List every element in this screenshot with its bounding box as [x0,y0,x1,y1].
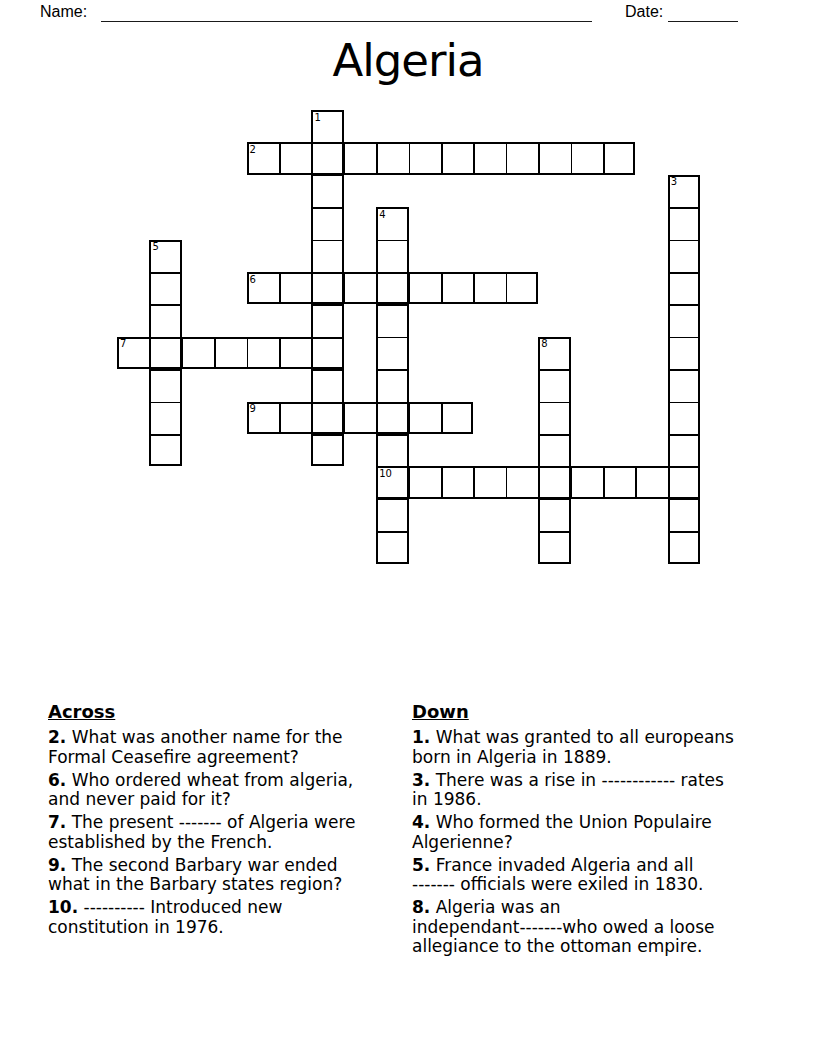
cell-separator [668,402,700,404]
clue-number: 5. [412,855,430,875]
cell-separator [149,434,181,436]
clue-text: The second Barbary war ended what in the… [48,855,342,895]
cell-separator [279,402,281,434]
cell-separator [279,337,281,369]
cell-separator [506,466,508,498]
cell-separator [473,466,475,498]
cell-separator [311,175,343,177]
cell-separator [344,142,346,174]
cell-separator [409,402,411,434]
cell-number-9: 9 [250,404,256,414]
clue-across-7: 7. The present ------- of Algeria were e… [48,813,410,852]
cell-number-8: 8 [541,339,547,349]
cell-separator [668,240,700,242]
clue-number: 8. [412,897,430,917]
cell-separator [149,369,181,371]
clue-across-6: 6. Who ordered wheat from algeria, and n… [48,771,410,810]
clue-down-4: 4. Who formed the Union Populaire Algeri… [412,813,774,852]
clue-text: The present ------- of Algeria were esta… [48,812,355,852]
cell-separator [279,142,281,174]
cell-separator [311,434,343,436]
cell-separator [538,369,570,371]
cell-separator [409,272,411,304]
cell-separator [409,142,411,174]
cell-separator [668,337,700,339]
cell-separator [311,304,343,306]
cell-number-5: 5 [152,242,158,252]
cell-separator [376,402,378,434]
name-label: Name: [40,3,87,21]
worksheet-page: Name: Date: Algeria 12345678910 Across 2… [0,0,816,1056]
word-4-down[interactable] [376,207,408,563]
cell-separator [538,466,540,498]
cell-separator [182,337,184,369]
cell-separator [441,466,443,498]
cell-number-10: 10 [379,469,392,479]
cell-separator [344,272,346,304]
cell-separator [538,531,570,533]
cell-separator [506,142,508,174]
cell-separator [247,337,249,369]
clue-across-9: 9. The second Barbary war ended what in … [48,856,410,895]
down-heading: Down [412,701,774,722]
date-blank-line[interactable] [668,4,738,22]
clue-text: France invaded Algeria and all ------- o… [412,855,703,895]
word-6-across[interactable] [247,272,539,304]
clue-text: What was granted to all europeans born i… [412,727,734,767]
cell-separator [376,499,408,501]
cell-separator [376,531,408,533]
cell-separator [149,304,181,306]
clue-number: 7. [48,812,66,832]
clue-down-8: 8. Algeria was an independant-------who … [412,898,774,957]
cell-number-2: 2 [250,145,256,155]
name-blank-line[interactable] [101,4,592,22]
clue-text: ---------- Introduced new constitution i… [48,897,282,937]
cell-separator [635,466,637,498]
clue-number: 2. [48,727,66,747]
cell-number-1: 1 [314,113,320,123]
cell-separator [149,337,151,369]
clue-number: 4. [412,812,430,832]
clue-number: 10. [48,897,78,917]
cell-separator [344,402,346,434]
clue-text: Who formed the Union Populaire Algerienn… [412,812,712,852]
cell-separator [311,369,343,371]
cell-separator [603,466,605,498]
cell-separator [668,434,700,436]
down-clues-section: Down 1. What was granted to all european… [412,701,774,960]
clue-down-5: 5. France invaded Algeria and all ------… [412,856,774,895]
clue-down-1: 1. What was granted to all europeans bor… [412,728,774,767]
cell-separator [149,402,181,404]
cell-separator [668,466,670,498]
cell-separator [376,240,408,242]
cell-separator [149,272,181,274]
cell-separator [538,402,570,404]
cell-separator [376,369,408,371]
cell-separator [668,369,700,371]
cell-separator [668,272,700,274]
cell-separator [668,304,700,306]
cell-separator [441,402,443,434]
cell-separator [571,466,573,498]
cell-separator [473,272,475,304]
cell-separator [668,207,700,209]
cell-separator [603,142,605,174]
cell-number-3: 3 [671,177,677,187]
cell-separator [538,499,570,501]
cell-separator [668,499,700,501]
cell-separator [311,207,343,209]
across-clues-section: Across 2. What was another name for the … [48,701,410,941]
cell-separator [538,142,540,174]
cell-separator [376,337,408,339]
cell-separator [214,337,216,369]
date-label: Date: [625,3,663,21]
cell-separator [376,272,378,304]
cell-separator [506,272,508,304]
clue-text: There was a rise in ------------ rates i… [412,770,724,810]
cell-number-4: 4 [379,210,385,220]
crossword-grid[interactable]: 12345678910 [117,110,701,564]
cell-separator [409,466,411,498]
cell-separator [311,402,313,434]
cell-separator [376,434,408,436]
cell-separator [376,142,378,174]
clue-number: 3. [412,770,430,790]
cell-separator [311,337,313,369]
cell-separator [376,304,408,306]
clue-number: 6. [48,770,66,790]
word-8-down[interactable] [538,337,570,564]
cell-separator [279,272,281,304]
cell-separator [668,531,700,533]
clue-across-2: 2. What was another name for the Formal … [48,728,410,767]
cell-separator [441,272,443,304]
puzzle-title: Algeria [0,34,816,87]
cell-separator [441,142,443,174]
cell-separator [473,142,475,174]
cell-separator [571,142,573,174]
word-7-across[interactable] [117,337,344,369]
cell-separator [311,142,313,174]
across-heading: Across [48,701,410,722]
cell-separator [538,434,570,436]
clue-text: Who ordered wheat from algeria, and neve… [48,770,353,810]
cell-number-6: 6 [250,275,256,285]
clue-number: 1. [412,727,430,747]
cell-separator [311,240,343,242]
word-9-across[interactable] [247,402,474,434]
clue-text: Algeria was an independant-------who owe… [412,897,714,956]
clue-text: What was another name for the Formal Cea… [48,727,343,767]
cell-separator [311,272,313,304]
cell-number-7: 7 [120,339,126,349]
clue-number: 9. [48,855,66,875]
clue-across-10: 10. ---------- Introduced new constituti… [48,898,410,937]
clue-down-3: 3. There was a rise in ------------ rate… [412,771,774,810]
